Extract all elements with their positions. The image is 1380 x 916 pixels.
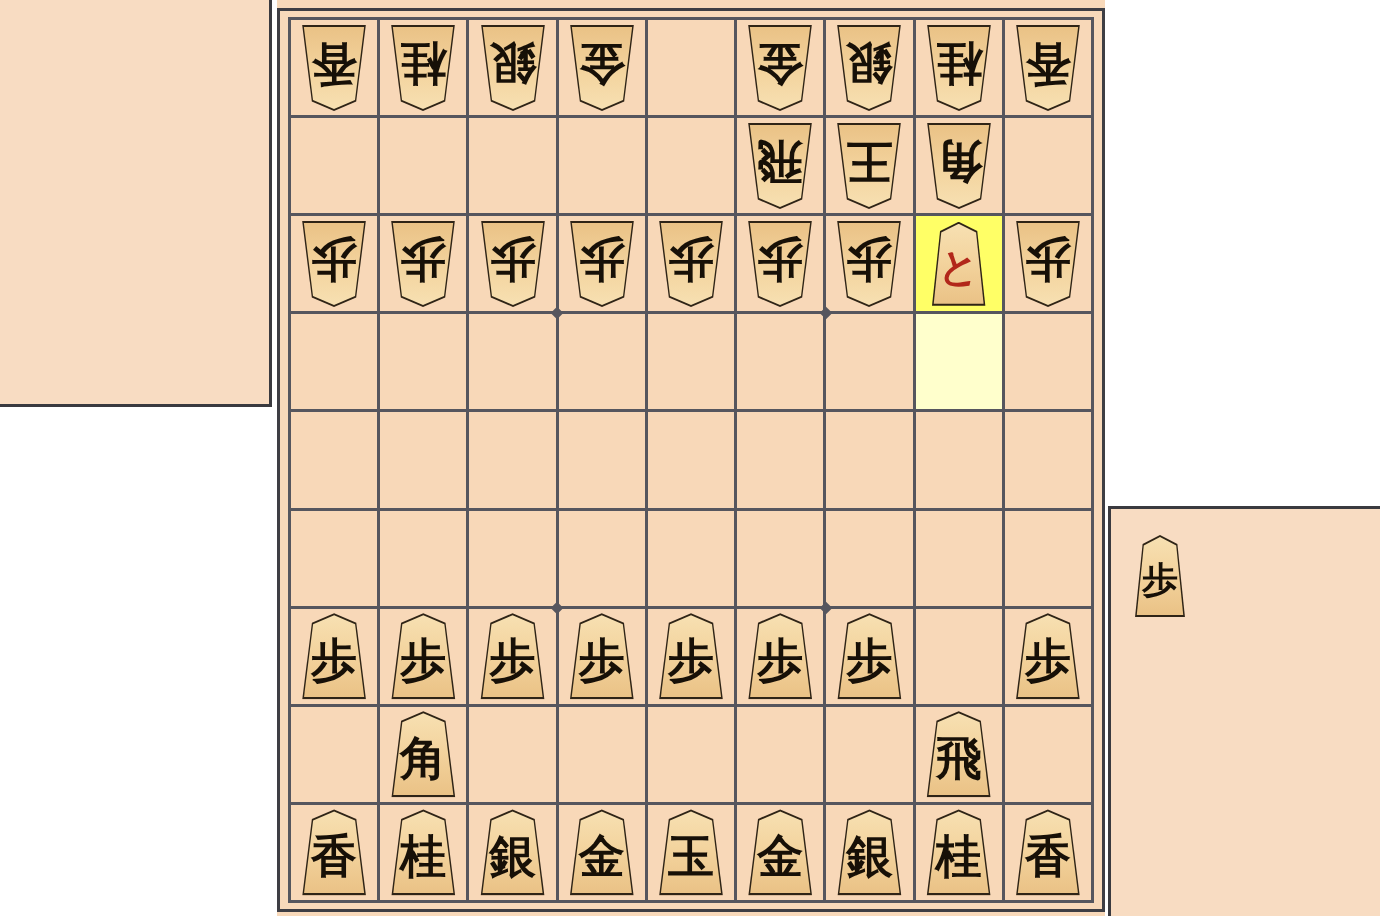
board-cell[interactable]: 香 — [1005, 805, 1091, 900]
sente-piece-stand: 歩 — [1108, 506, 1380, 916]
piece-sente-king[interactable]: 玉 — [654, 809, 728, 895]
piece-kanji: 歩 — [757, 638, 803, 684]
piece-gote-knight[interactable]: 桂 — [386, 25, 460, 111]
piece-kanji: 歩 — [846, 638, 892, 684]
piece-face: 歩 — [567, 615, 637, 697]
piece-kanji: 香 — [1025, 834, 1071, 880]
piece-kanji: 王 — [846, 138, 892, 184]
board-cell[interactable] — [648, 412, 734, 507]
piece-kanji: 角 — [400, 736, 446, 782]
piece-kanji: と — [938, 248, 979, 288]
board-cell[interactable] — [291, 412, 377, 507]
piece-kanji: 歩 — [579, 236, 625, 282]
piece-face: 歩 — [745, 223, 815, 305]
piece-kanji: 歩 — [579, 638, 625, 684]
board-cell[interactable] — [559, 412, 645, 507]
piece-face: 桂 — [924, 27, 994, 109]
piece-face: 歩 — [388, 223, 458, 305]
piece-face: 金 — [567, 27, 637, 109]
board-cell[interactable]: 歩 — [559, 216, 645, 311]
piece-kanji: 桂 — [400, 834, 446, 880]
board-cell[interactable]: 歩 — [1005, 609, 1091, 704]
piece-face: 香 — [299, 811, 369, 893]
board-cell[interactable]: 桂 — [380, 805, 466, 900]
piece-kanji: 銀 — [490, 40, 536, 86]
piece-kanji: 歩 — [400, 236, 446, 282]
piece-face: 歩 — [656, 615, 726, 697]
piece-gote-knight[interactable]: 桂 — [922, 25, 996, 111]
piece-kanji: 香 — [311, 40, 357, 86]
board-cell[interactable] — [648, 20, 734, 115]
board-cell[interactable]: と — [916, 216, 1002, 311]
piece-face: と — [930, 224, 988, 304]
piece-face: 角 — [924, 125, 994, 207]
piece-sente-silver[interactable]: 銀 — [832, 809, 906, 895]
piece-face: 歩 — [478, 223, 548, 305]
board-frame: 香桂銀金金銀桂香飛王角歩歩歩歩歩歩歩と歩歩歩歩歩歩歩歩歩角飛香桂銀金玉金銀桂香 — [277, 8, 1105, 912]
board-cell[interactable] — [559, 314, 645, 409]
piece-face: 飛 — [745, 125, 815, 207]
piece-face: 歩 — [299, 615, 369, 697]
board-cell[interactable]: 歩 — [291, 216, 377, 311]
board-cell[interactable] — [559, 511, 645, 606]
piece-kanji: 歩 — [1025, 638, 1071, 684]
piece-face: 王 — [834, 125, 904, 207]
board-cell[interactable] — [469, 314, 555, 409]
piece-face: 金 — [745, 811, 815, 893]
board-cell[interactable]: 王 — [826, 118, 912, 213]
board-cell[interactable] — [469, 118, 555, 213]
board-cell[interactable]: 香 — [291, 805, 377, 900]
board-cell[interactable] — [1005, 118, 1091, 213]
board-cell[interactable]: 銀 — [469, 20, 555, 115]
piece-kanji: 歩 — [1025, 236, 1071, 282]
piece-gote-pawn[interactable]: 歩 — [743, 221, 817, 307]
board-cell[interactable]: 歩 — [380, 216, 466, 311]
board-cell[interactable]: 歩 — [648, 609, 734, 704]
piece-face: 香 — [1013, 27, 1083, 109]
piece-face: 桂 — [388, 27, 458, 109]
piece-gote-bishop[interactable]: 角 — [922, 123, 996, 209]
board-cell[interactable] — [291, 118, 377, 213]
piece-sente-knight[interactable]: 桂 — [386, 809, 460, 895]
board-cell[interactable]: 歩 — [1005, 216, 1091, 311]
piece-sente-lance[interactable]: 香 — [1011, 809, 1085, 895]
board-cell[interactable]: 香 — [291, 20, 377, 115]
board-cell[interactable]: 飛 — [916, 707, 1002, 802]
board-cell[interactable] — [1005, 314, 1091, 409]
gote-piece-stand — [0, 0, 272, 407]
piece-kanji: 歩 — [490, 236, 536, 282]
piece-gote-silver[interactable]: 銀 — [476, 25, 550, 111]
piece-sente-pawn[interactable]: 歩 — [1011, 613, 1085, 699]
piece-face: 銀 — [478, 811, 548, 893]
board-cell[interactable]: 桂 — [916, 20, 1002, 115]
piece-kanji: 銀 — [846, 834, 892, 880]
piece-sente-rook[interactable]: 飛 — [922, 711, 996, 797]
piece-face: 桂 — [388, 811, 458, 893]
piece-gote-silver[interactable]: 銀 — [832, 25, 906, 111]
piece-kanji: 歩 — [668, 638, 714, 684]
piece-face: 香 — [299, 27, 369, 109]
piece-face: 歩 — [1013, 223, 1083, 305]
piece-face: 歩 — [478, 615, 548, 697]
piece-sente-pawn[interactable]: 歩 — [654, 613, 728, 699]
hand-piece-sente-pawn[interactable]: 歩 — [1131, 535, 1189, 617]
board-cell[interactable]: 歩 — [826, 216, 912, 311]
board-cell[interactable]: 歩 — [469, 609, 555, 704]
piece-gote-rook[interactable]: 飛 — [743, 123, 817, 209]
board-cell[interactable]: 歩 — [737, 609, 823, 704]
piece-kanji: 歩 — [490, 638, 536, 684]
board-cell[interactable]: 金 — [737, 805, 823, 900]
board-cell[interactable]: 歩 — [826, 609, 912, 704]
piece-kanji: 歩 — [400, 638, 446, 684]
board-cell[interactable] — [737, 511, 823, 606]
board-cell[interactable]: 歩 — [291, 609, 377, 704]
piece-kanji: 歩 — [311, 638, 357, 684]
piece-kanji: 金 — [757, 834, 803, 880]
piece-face: 飛 — [924, 713, 994, 795]
board-cell[interactable]: 桂 — [916, 805, 1002, 900]
piece-kanji: 金 — [757, 40, 803, 86]
piece-sente-gold[interactable]: 金 — [743, 809, 817, 895]
board-cell[interactable] — [648, 118, 734, 213]
piece-sente-lance[interactable]: 香 — [297, 809, 371, 895]
board-cell[interactable] — [469, 412, 555, 507]
piece-face: 金 — [567, 811, 637, 893]
piece-face: 歩 — [1013, 615, 1083, 697]
piece-kanji: 飛 — [936, 736, 982, 782]
board-cell[interactable] — [380, 511, 466, 606]
piece-sente-pawn[interactable]: 歩 — [832, 613, 906, 699]
piece-gote-gold[interactable]: 金 — [743, 25, 817, 111]
piece-kanji: 角 — [936, 138, 982, 184]
piece-face: 銀 — [834, 27, 904, 109]
board-cell[interactable]: 角 — [916, 118, 1002, 213]
board-cell[interactable]: 玉 — [648, 805, 734, 900]
board-cell[interactable] — [916, 412, 1002, 507]
piece-kanji: 歩 — [757, 236, 803, 282]
board-cell[interactable] — [916, 314, 1002, 409]
board-cell[interactable]: 飛 — [737, 118, 823, 213]
board-cell[interactable]: 歩 — [648, 216, 734, 311]
piece-kanji: 桂 — [400, 40, 446, 86]
piece-sente-bishop[interactable]: 角 — [386, 711, 460, 797]
piece-face: 銀 — [478, 27, 548, 109]
board-cell[interactable] — [826, 707, 912, 802]
board-cell[interactable] — [469, 707, 555, 802]
piece-face: 金 — [745, 27, 815, 109]
board-cell[interactable] — [380, 118, 466, 213]
board-cell[interactable]: 銀 — [469, 805, 555, 900]
board-cell[interactable] — [648, 707, 734, 802]
piece-sente-pawn[interactable]: 歩 — [565, 613, 639, 699]
piece-gote-pawn[interactable]: 歩 — [565, 221, 639, 307]
piece-sente-pawn[interactable]: 歩 — [297, 613, 371, 699]
board-cell[interactable] — [291, 707, 377, 802]
board-cell[interactable] — [826, 511, 912, 606]
board-cell[interactable] — [559, 118, 645, 213]
piece-gote-pawn[interactable]: 歩 — [476, 221, 550, 307]
piece-face: 歩 — [834, 615, 904, 697]
piece-gote-pawn[interactable]: 歩 — [832, 221, 906, 307]
board-cell[interactable]: 金 — [559, 805, 645, 900]
board-cell[interactable] — [826, 412, 912, 507]
piece-gote-gold[interactable]: 金 — [565, 25, 639, 111]
piece-kanji: 歩 — [311, 236, 357, 282]
board-cell[interactable] — [1005, 707, 1091, 802]
piece-kanji: 歩 — [668, 236, 714, 282]
piece-face: 歩 — [656, 223, 726, 305]
shogi-board: 香桂銀金金銀桂香飛王角歩歩歩歩歩歩歩と歩歩歩歩歩歩歩歩歩角飛香桂銀金玉金銀桂香 — [277, 0, 1105, 916]
board-cell[interactable] — [648, 314, 734, 409]
piece-kanji: 桂 — [936, 834, 982, 880]
board-cell[interactable]: 銀 — [826, 805, 912, 900]
piece-face: 歩 — [1133, 537, 1187, 615]
piece-kanji: 歩 — [846, 236, 892, 282]
piece-sente-gold[interactable]: 金 — [565, 809, 639, 895]
piece-face: 角 — [388, 713, 458, 795]
piece-gote-lance[interactable]: 香 — [297, 25, 371, 111]
board-cell[interactable]: 金 — [737, 20, 823, 115]
board-cell[interactable] — [916, 511, 1002, 606]
board-cell[interactable] — [1005, 511, 1091, 606]
board-cell[interactable] — [291, 314, 377, 409]
piece-gote-king[interactable]: 王 — [832, 123, 906, 209]
piece-gote-pawn[interactable]: 歩 — [386, 221, 460, 307]
piece-sente-pawn[interactable]: 歩 — [743, 613, 817, 699]
piece-sente-knight[interactable]: 桂 — [922, 809, 996, 895]
piece-face: 歩 — [745, 615, 815, 697]
piece-gote-lance[interactable]: 香 — [1011, 25, 1085, 111]
piece-face: 歩 — [567, 223, 637, 305]
board-cell[interactable] — [469, 511, 555, 606]
piece-kanji: 飛 — [757, 138, 803, 184]
piece-kanji: 金 — [579, 40, 625, 86]
board-cell[interactable] — [916, 609, 1002, 704]
board-cell[interactable] — [380, 412, 466, 507]
piece-kanji: 玉 — [668, 834, 714, 880]
piece-kanji: 歩 — [1142, 562, 1178, 598]
board-cell[interactable] — [1005, 412, 1091, 507]
board-cell[interactable]: 歩 — [559, 609, 645, 704]
board-grid: 香桂銀金金銀桂香飛王角歩歩歩歩歩歩歩と歩歩歩歩歩歩歩歩歩角飛香桂銀金玉金銀桂香 — [288, 17, 1094, 903]
piece-sente-pawn[interactable]: 歩 — [386, 613, 460, 699]
piece-kanji: 香 — [1025, 40, 1071, 86]
piece-kanji: 銀 — [490, 834, 536, 880]
piece-face: 銀 — [834, 811, 904, 893]
board-cell[interactable]: 歩 — [737, 216, 823, 311]
board-cell[interactable]: 香 — [1005, 20, 1091, 115]
board-cell[interactable] — [826, 314, 912, 409]
board-cell[interactable]: 桂 — [380, 20, 466, 115]
board-cell[interactable] — [291, 511, 377, 606]
board-cell[interactable] — [648, 511, 734, 606]
board-cell[interactable]: 歩 — [380, 609, 466, 704]
piece-face: 桂 — [924, 811, 994, 893]
shogi-screenshot: 香桂銀金金銀桂香飛王角歩歩歩歩歩歩歩と歩歩歩歩歩歩歩歩歩角飛香桂銀金玉金銀桂香 … — [0, 0, 1380, 916]
board-cell[interactable] — [737, 412, 823, 507]
piece-gote-pawn[interactable]: 歩 — [297, 221, 371, 307]
board-cell[interactable] — [737, 707, 823, 802]
piece-sente-silver[interactable]: 銀 — [476, 809, 550, 895]
piece-kanji: 桂 — [936, 40, 982, 86]
piece-face: 歩 — [299, 223, 369, 305]
piece-sente-tokin[interactable]: と — [928, 222, 990, 306]
piece-face: 玉 — [656, 811, 726, 893]
board-cell[interactable]: 銀 — [826, 20, 912, 115]
board-cell[interactable]: 歩 — [469, 216, 555, 311]
piece-sente-pawn[interactable]: 歩 — [476, 613, 550, 699]
piece-face: 香 — [1013, 811, 1083, 893]
piece-kanji: 香 — [311, 834, 357, 880]
piece-kanji: 金 — [579, 834, 625, 880]
piece-face: 歩 — [834, 223, 904, 305]
piece-face: 歩 — [388, 615, 458, 697]
board-cell[interactable] — [737, 314, 823, 409]
board-cell[interactable] — [380, 314, 466, 409]
piece-gote-pawn[interactable]: 歩 — [1011, 221, 1085, 307]
piece-kanji: 銀 — [846, 40, 892, 86]
piece-gote-pawn[interactable]: 歩 — [654, 221, 728, 307]
board-cell[interactable]: 金 — [559, 20, 645, 115]
board-cell[interactable]: 角 — [380, 707, 466, 802]
board-cell[interactable] — [559, 707, 645, 802]
